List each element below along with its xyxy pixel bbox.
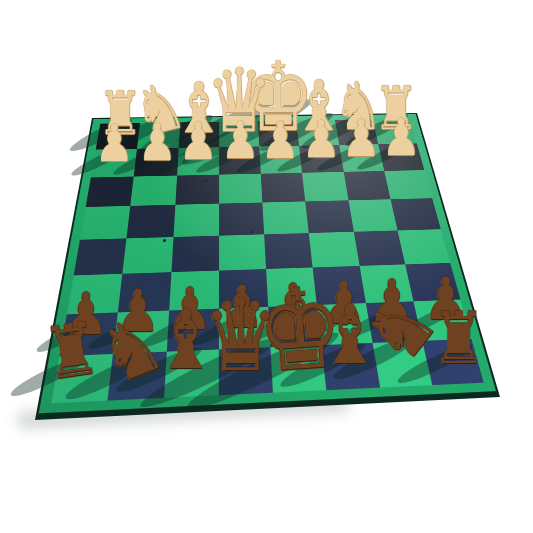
board-square[interactable]: [80, 206, 131, 240]
board-square[interactable]: [173, 204, 219, 237]
board-square[interactable]: [390, 198, 440, 230]
white-pawn[interactable]: ♟: [381, 112, 420, 163]
board-square[interactable]: [175, 174, 219, 205]
board-square[interactable]: [171, 236, 219, 272]
white-pawn[interactable]: ♟: [341, 113, 380, 164]
board-square[interactable]: [127, 205, 175, 238]
board-square[interactable]: [219, 234, 266, 270]
photo-scene: ♜♞♝♛♚♝♞♜♟♟♟♟♟♟♟♟♟♟♟♟♟♟♟♟♜♞♝♛♚♝♞♜: [0, 0, 533, 533]
board-speck: [251, 231, 253, 233]
board-square[interactable]: [343, 171, 390, 201]
board-speck: [205, 180, 207, 182]
board-speck: [163, 239, 166, 242]
black-rook[interactable]: ♜: [39, 311, 103, 390]
board-square[interactable]: [219, 173, 263, 203]
board-square[interactable]: [384, 170, 432, 200]
white-pawn[interactable]: ♟: [220, 115, 259, 166]
board-square[interactable]: [261, 172, 306, 202]
white-pawn[interactable]: ♟: [137, 117, 176, 168]
board-square[interactable]: [348, 199, 397, 231]
white-pawn[interactable]: ♟: [179, 116, 218, 167]
white-pawn[interactable]: ♟: [301, 114, 340, 165]
white-pawn[interactable]: ♟: [261, 114, 300, 165]
board-square[interactable]: [397, 229, 450, 264]
board-square[interactable]: [86, 176, 134, 207]
board-square[interactable]: [302, 172, 348, 202]
board-square[interactable]: [305, 200, 353, 233]
white-pawn[interactable]: ♟: [95, 118, 134, 169]
board-square[interactable]: [219, 203, 264, 236]
board-square[interactable]: [353, 230, 404, 265]
board-square[interactable]: [123, 237, 173, 274]
board-square[interactable]: [74, 238, 127, 275]
board-square[interactable]: [262, 202, 309, 235]
board-square[interactable]: [130, 175, 176, 206]
